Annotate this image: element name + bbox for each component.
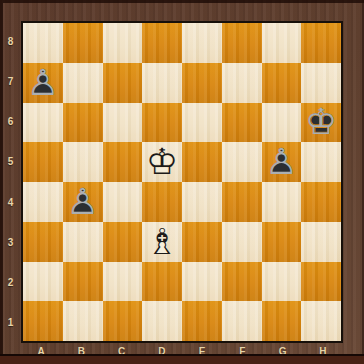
square-f4[interactable]: [222, 182, 262, 222]
square-g3[interactable]: [262, 222, 302, 262]
rank-label-8: 8: [0, 21, 21, 61]
square-a8[interactable]: [23, 23, 63, 63]
rank-label-7: 7: [0, 61, 21, 101]
square-e8[interactable]: [182, 23, 222, 63]
square-f3[interactable]: [222, 222, 262, 262]
square-c6[interactable]: [103, 103, 143, 143]
black-pawn-piece[interactable]: ♟♙: [262, 142, 302, 182]
square-a2[interactable]: [23, 262, 63, 302]
square-b4[interactable]: ♟♙: [63, 182, 103, 222]
square-h6[interactable]: ♚♔: [301, 103, 341, 143]
black-king-piece[interactable]: ♚♔: [301, 103, 341, 143]
square-d6[interactable]: [142, 103, 182, 143]
square-d2[interactable]: [142, 262, 182, 302]
square-g8[interactable]: [262, 23, 302, 63]
square-f5[interactable]: [222, 142, 262, 182]
rank-labels: 87654321: [0, 21, 21, 343]
square-b8[interactable]: [63, 23, 103, 63]
square-a1[interactable]: [23, 301, 63, 341]
square-f2[interactable]: [222, 262, 262, 302]
square-c8[interactable]: [103, 23, 143, 63]
square-c1[interactable]: [103, 301, 143, 341]
square-b1[interactable]: [63, 301, 103, 341]
square-h4[interactable]: [301, 182, 341, 222]
square-a7[interactable]: ♟♙: [23, 63, 63, 103]
square-f7[interactable]: [222, 63, 262, 103]
square-a3[interactable]: [23, 222, 63, 262]
square-e2[interactable]: [182, 262, 222, 302]
square-b3[interactable]: [63, 222, 103, 262]
rank-label-5: 5: [0, 142, 21, 182]
square-c7[interactable]: [103, 63, 143, 103]
square-e4[interactable]: [182, 182, 222, 222]
square-h5[interactable]: [301, 142, 341, 182]
square-e3[interactable]: [182, 222, 222, 262]
black-pawn-piece[interactable]: ♟♙: [63, 182, 103, 222]
square-h8[interactable]: [301, 23, 341, 63]
square-d5[interactable]: ♚♔: [142, 142, 182, 182]
square-d1[interactable]: [142, 301, 182, 341]
square-e5[interactable]: [182, 142, 222, 182]
square-g4[interactable]: [262, 182, 302, 222]
white-bishop-piece[interactable]: ♝♗: [142, 222, 182, 262]
rank-label-3: 3: [0, 222, 21, 262]
square-h2[interactable]: [301, 262, 341, 302]
square-c4[interactable]: [103, 182, 143, 222]
square-h7[interactable]: [301, 63, 341, 103]
square-d8[interactable]: [142, 23, 182, 63]
square-e6[interactable]: [182, 103, 222, 143]
square-b5[interactable]: [63, 142, 103, 182]
chessboard-widget: 87654321 ABCDEFGH ♟♙♚♔♚♔♟♙♟♙♝♗: [0, 0, 364, 364]
square-b7[interactable]: [63, 63, 103, 103]
square-a5[interactable]: [23, 142, 63, 182]
black-pawn-piece[interactable]: ♟♙: [23, 63, 63, 103]
chess-board: ♟♙♚♔♚♔♟♙♟♙♝♗: [21, 21, 343, 343]
rank-label-1: 1: [0, 303, 21, 343]
frame-bottom-edge: [0, 354, 364, 364]
square-b2[interactable]: [63, 262, 103, 302]
square-g5[interactable]: ♟♙: [262, 142, 302, 182]
square-g2[interactable]: [262, 262, 302, 302]
square-a4[interactable]: [23, 182, 63, 222]
square-c2[interactable]: [103, 262, 143, 302]
square-c5[interactable]: [103, 142, 143, 182]
square-h3[interactable]: [301, 222, 341, 262]
square-e7[interactable]: [182, 63, 222, 103]
square-f1[interactable]: [222, 301, 262, 341]
square-h1[interactable]: [301, 301, 341, 341]
square-g7[interactable]: [262, 63, 302, 103]
square-e1[interactable]: [182, 301, 222, 341]
rank-label-6: 6: [0, 102, 21, 142]
square-c3[interactable]: [103, 222, 143, 262]
square-f6[interactable]: [222, 103, 262, 143]
square-d3[interactable]: ♝♗: [142, 222, 182, 262]
square-f8[interactable]: [222, 23, 262, 63]
square-a6[interactable]: [23, 103, 63, 143]
rank-label-2: 2: [0, 263, 21, 303]
square-g6[interactable]: [262, 103, 302, 143]
square-b6[interactable]: [63, 103, 103, 143]
white-king-piece[interactable]: ♚♔: [142, 142, 182, 182]
square-d4[interactable]: [142, 182, 182, 222]
square-g1[interactable]: [262, 301, 302, 341]
square-d7[interactable]: [142, 63, 182, 103]
rank-label-4: 4: [0, 182, 21, 222]
